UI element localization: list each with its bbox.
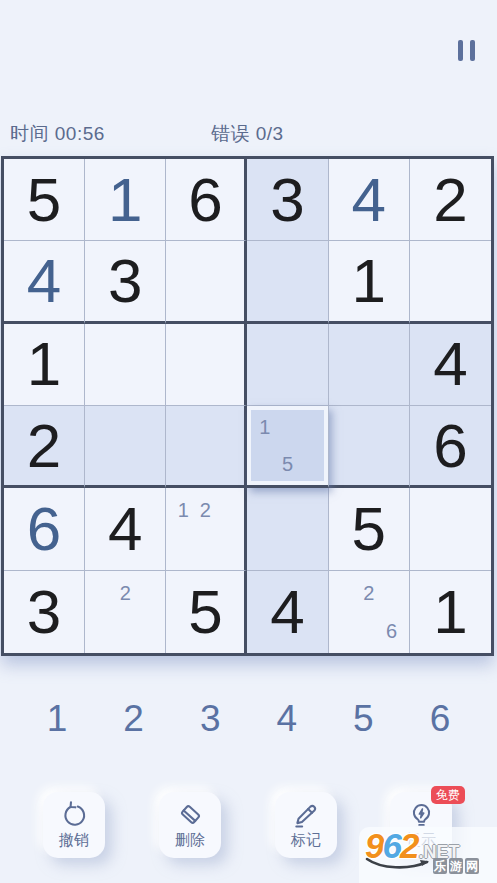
cell-r5c2[interactable]: 4	[85, 488, 166, 570]
pencil-marks: 26	[335, 574, 403, 650]
cell-r5c3[interactable]: 12	[166, 488, 247, 570]
cell-r3c5[interactable]	[329, 324, 410, 406]
cell-r5c5[interactable]: 5	[329, 488, 410, 570]
cell-r6c4[interactable]: 4	[247, 571, 328, 653]
cell-r6c5[interactable]: 26	[329, 571, 410, 653]
number-pad: 123456	[0, 698, 497, 740]
free-badge: 免费	[431, 786, 465, 804]
cell-r6c1[interactable]: 3	[4, 571, 85, 653]
cell-r1c1[interactable]: 5	[4, 159, 85, 241]
cell-r4c6[interactable]: 6	[410, 406, 491, 488]
cell-r4c1[interactable]: 2	[4, 406, 85, 488]
watermark-962net: 962 .NET 乐游网	[359, 827, 497, 883]
cell-r4c4[interactable]: 15	[247, 406, 328, 488]
cell-r1c4[interactable]: 3	[247, 159, 328, 241]
numpad-1[interactable]: 1	[34, 698, 80, 740]
cell-r2c3[interactable]	[166, 241, 247, 323]
undo-label: 撤销	[59, 831, 89, 850]
pencil-icon	[293, 801, 320, 828]
cell-r2c5[interactable]: 1	[329, 241, 410, 323]
eraser-icon	[177, 801, 204, 828]
cell-r3c6[interactable]: 4	[410, 324, 491, 406]
cell-r2c2[interactable]: 3	[85, 241, 166, 323]
sudoku-app-screen: 时间 00:56 错误 0/3 516342431142156641253254…	[0, 0, 497, 883]
cell-r1c2[interactable]: 1	[85, 159, 166, 241]
cell-r1c6[interactable]: 2	[410, 159, 491, 241]
cell-r3c2[interactable]	[85, 324, 166, 406]
cell-r3c1[interactable]: 1	[4, 324, 85, 406]
pause-button[interactable]	[454, 36, 479, 65]
erase-button[interactable]: 删除	[159, 792, 221, 858]
mark-label: 标记	[291, 831, 321, 850]
cell-r3c4[interactable]	[247, 324, 328, 406]
cell-r4c5[interactable]	[329, 406, 410, 488]
cell-r2c4[interactable]	[247, 241, 328, 323]
pencil-marks: 12	[172, 491, 238, 566]
numpad-2[interactable]: 2	[111, 698, 157, 740]
mark-button[interactable]: 标记	[275, 792, 337, 858]
numpad-4[interactable]: 4	[264, 698, 310, 740]
pencil-marks: 2	[91, 574, 159, 650]
lightbulb-bolt-icon	[408, 801, 435, 828]
numpad-5[interactable]: 5	[340, 698, 386, 740]
undo-icon	[61, 801, 88, 828]
cell-r4c3[interactable]	[166, 406, 247, 488]
mistakes-text: 错误 0/3	[211, 121, 284, 147]
sudoku-board[interactable]: 516342431142156641253254261	[1, 156, 494, 656]
cell-r5c1[interactable]: 6	[4, 488, 85, 570]
cell-r3c3[interactable]	[166, 324, 247, 406]
cell-r4c2[interactable]	[85, 406, 166, 488]
timer-text: 时间 00:56	[10, 121, 105, 147]
cell-r5c6[interactable]	[410, 488, 491, 570]
cell-r2c6[interactable]	[410, 241, 491, 323]
undo-button[interactable]: 撤销	[43, 792, 105, 858]
cell-r6c2[interactable]: 2	[85, 571, 166, 653]
numpad-6[interactable]: 6	[417, 698, 463, 740]
cell-r6c6[interactable]: 1	[410, 571, 491, 653]
pause-icon	[470, 40, 475, 61]
numpad-3[interactable]: 3	[187, 698, 233, 740]
cell-r1c3[interactable]: 6	[166, 159, 247, 241]
pause-icon	[458, 40, 463, 61]
cell-r6c3[interactable]: 5	[166, 571, 247, 653]
cell-r5c4[interactable]	[247, 488, 328, 570]
erase-label: 删除	[175, 831, 205, 850]
cell-r1c5[interactable]: 4	[329, 159, 410, 241]
cell-r2c1[interactable]: 4	[4, 241, 85, 323]
watermark-site-name: 乐游网	[433, 858, 479, 874]
swoosh-arrow-icon	[365, 856, 431, 875]
pencil-marks: 15	[253, 409, 321, 482]
